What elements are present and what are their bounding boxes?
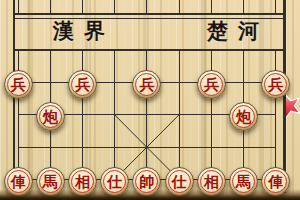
piece-character: 馬 [43,175,58,190]
piece-character: 仕 [107,175,122,190]
piece-character: 俥 [11,175,26,190]
piece-face: 仕 [168,170,191,193]
piece-red-cannon-left[interactable]: 炮 [36,102,65,131]
piece-red-elephant-left[interactable]: 相 [68,167,97,196]
piece-red-horse-left[interactable]: 馬 [36,167,65,196]
piece-face: 馬 [39,170,62,193]
piece-face: 相 [71,170,94,193]
xiangqi-board[interactable]: 漢界 楚河 兵兵兵兵兵炮炮俥馬相仕帥仕相馬俥 [0,0,300,200]
piece-character: 馬 [236,175,251,190]
piece-red-advisor-left[interactable]: 仕 [100,167,129,196]
piece-character: 兵 [75,77,90,92]
piece-character: 俥 [268,175,283,190]
piece-face: 兵 [264,73,287,96]
piece-face: 相 [200,170,223,193]
piece-red-chariot-right[interactable]: 俥 [261,167,290,196]
piece-face: 俥 [7,170,30,193]
piece-character: 兵 [11,77,26,92]
piece-character: 兵 [204,77,219,92]
piece-red-soldier-e[interactable]: 兵 [132,70,161,99]
piece-character: 相 [204,175,219,190]
piece-face: 馬 [232,170,255,193]
piece-character: 兵 [268,77,283,92]
star-cursor-icon [286,92,300,120]
piece-character: 兵 [139,77,154,92]
piece-red-cannon-right[interactable]: 炮 [229,102,258,131]
piece-red-horse-right[interactable]: 馬 [229,167,258,196]
piece-face: 俥 [264,170,287,193]
river-label-han-jie: 漢界 [53,21,115,42]
piece-character: 帥 [139,175,154,190]
piece-character: 炮 [236,110,251,125]
piece-character: 炮 [43,110,58,125]
piece-face: 帥 [135,170,158,193]
river-label-chu-he: 楚河 [207,21,269,42]
piece-red-soldier-a[interactable]: 兵 [4,70,33,99]
piece-face: 炮 [232,105,255,128]
piece-character: 仕 [172,175,187,190]
piece-face: 仕 [103,170,126,193]
piece-face: 兵 [135,73,158,96]
piece-character: 相 [75,175,90,190]
piece-face: 炮 [39,105,62,128]
piece-face: 兵 [7,73,30,96]
piece-red-soldier-c[interactable]: 兵 [68,70,97,99]
piece-face: 兵 [71,73,94,96]
piece-red-soldier-g[interactable]: 兵 [197,70,226,99]
piece-red-chariot-left[interactable]: 俥 [4,167,33,196]
piece-red-elephant-right[interactable]: 相 [197,167,226,196]
piece-face: 兵 [200,73,223,96]
piece-red-advisor-right[interactable]: 仕 [165,167,194,196]
